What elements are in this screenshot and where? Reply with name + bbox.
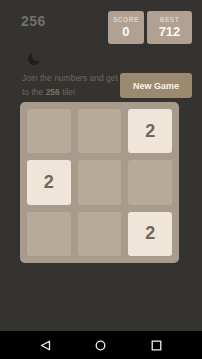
score-value: 0 — [122, 24, 129, 39]
back-icon[interactable] — [39, 340, 51, 351]
moon-icon[interactable] — [28, 53, 40, 65]
empty-cell — [78, 109, 122, 153]
score-label: SCORE — [113, 16, 139, 24]
new-game-button[interactable]: New Game — [120, 73, 192, 98]
intro-text: Join the numbers and get to the 256 tile… — [22, 71, 120, 99]
tile-2: 2 — [128, 212, 172, 256]
page-title: 256 — [21, 13, 46, 29]
score-panel: SCORE 0 BEST 712 — [108, 11, 192, 44]
home-icon[interactable] — [95, 340, 106, 351]
empty-cell — [78, 212, 122, 256]
empty-cell — [27, 109, 71, 153]
empty-cell — [27, 212, 71, 256]
tile-2: 2 — [128, 109, 172, 153]
android-nav-bar — [0, 331, 202, 359]
score-box: SCORE 0 — [108, 11, 144, 44]
intro-line1: Join the numbers and get — [22, 73, 118, 83]
empty-cell — [128, 160, 172, 204]
recents-icon[interactable] — [151, 340, 162, 351]
intro-line2-prefix: to the — [22, 87, 46, 97]
best-value: 712 — [159, 24, 181, 39]
tile-2: 2 — [27, 160, 71, 204]
board-grid[interactable]: 222 — [20, 102, 179, 263]
app-screen: 256 SCORE 0 BEST 712 Join the numbers an… — [0, 0, 202, 359]
best-box: BEST 712 — [147, 11, 192, 44]
goal-number: 256 — [46, 87, 60, 97]
empty-cell — [78, 160, 122, 204]
intro-line2-suffix: tile! — [60, 87, 76, 97]
best-label: BEST — [160, 16, 180, 24]
